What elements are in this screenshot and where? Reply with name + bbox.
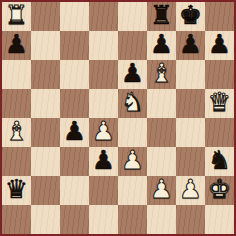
- square-d4[interactable]: ♟: [89, 118, 118, 147]
- square-f1[interactable]: [147, 205, 176, 234]
- white-pawn: ♟: [121, 146, 144, 175]
- square-f6[interactable]: ♝: [147, 60, 176, 89]
- square-g5[interactable]: [176, 89, 205, 118]
- black-rook: ♜: [150, 1, 173, 30]
- square-b1[interactable]: [31, 205, 60, 234]
- square-c8[interactable]: [60, 2, 89, 31]
- square-h3[interactable]: ♞: [205, 147, 234, 176]
- square-e1[interactable]: [118, 205, 147, 234]
- square-c6[interactable]: [60, 60, 89, 89]
- black-king: ♚: [179, 1, 202, 30]
- square-b4[interactable]: [31, 118, 60, 147]
- square-a3[interactable]: [2, 147, 31, 176]
- square-d6[interactable]: [89, 60, 118, 89]
- square-a8[interactable]: ♜: [2, 2, 31, 31]
- square-g6[interactable]: [176, 60, 205, 89]
- white-rook: ♜: [5, 1, 28, 30]
- white-bishop: ♝: [150, 59, 173, 88]
- square-f4[interactable]: [147, 118, 176, 147]
- square-a7[interactable]: ♟: [2, 31, 31, 60]
- black-pawn: ♟: [179, 30, 202, 59]
- square-b8[interactable]: [31, 2, 60, 31]
- square-c7[interactable]: [60, 31, 89, 60]
- square-h8[interactable]: [205, 2, 234, 31]
- square-a4[interactable]: ♝: [2, 118, 31, 147]
- square-d7[interactable]: [89, 31, 118, 60]
- square-b2[interactable]: [31, 176, 60, 205]
- white-pawn: ♟: [92, 117, 115, 146]
- square-e3[interactable]: ♟: [118, 147, 147, 176]
- square-e5[interactable]: ♞: [118, 89, 147, 118]
- white-queen: ♛: [208, 88, 231, 117]
- square-h1[interactable]: [205, 205, 234, 234]
- square-b6[interactable]: [31, 60, 60, 89]
- square-e6[interactable]: ♟: [118, 60, 147, 89]
- square-e2[interactable]: [118, 176, 147, 205]
- white-king: ♚: [208, 175, 231, 204]
- square-d5[interactable]: [89, 89, 118, 118]
- square-d3[interactable]: ♟: [89, 147, 118, 176]
- square-c3[interactable]: [60, 147, 89, 176]
- square-a6[interactable]: [2, 60, 31, 89]
- square-b7[interactable]: [31, 31, 60, 60]
- square-e7[interactable]: [118, 31, 147, 60]
- square-c4[interactable]: ♟: [60, 118, 89, 147]
- square-d1[interactable]: [89, 205, 118, 234]
- square-e4[interactable]: [118, 118, 147, 147]
- square-h7[interactable]: ♟: [205, 31, 234, 60]
- square-f5[interactable]: [147, 89, 176, 118]
- black-knight: ♞: [208, 146, 231, 175]
- square-f7[interactable]: ♟: [147, 31, 176, 60]
- square-a2[interactable]: ♛: [2, 176, 31, 205]
- black-pawn: ♟: [208, 30, 231, 59]
- square-h2[interactable]: ♚: [205, 176, 234, 205]
- square-c1[interactable]: [60, 205, 89, 234]
- square-b5[interactable]: [31, 89, 60, 118]
- square-e8[interactable]: [118, 2, 147, 31]
- square-d8[interactable]: [89, 2, 118, 31]
- square-a5[interactable]: [2, 89, 31, 118]
- square-h4[interactable]: [205, 118, 234, 147]
- black-pawn: ♟: [92, 146, 115, 175]
- square-h6[interactable]: [205, 60, 234, 89]
- chess-board: ♜♜♚♟♟♟♟♟♝♞♛♝♟♟♟♟♞♛♟♟♚: [0, 0, 236, 236]
- black-pawn: ♟: [150, 30, 173, 59]
- black-pawn: ♟: [121, 59, 144, 88]
- white-bishop: ♝: [5, 117, 28, 146]
- square-f8[interactable]: ♜: [147, 2, 176, 31]
- square-f2[interactable]: ♟: [147, 176, 176, 205]
- square-c5[interactable]: [60, 89, 89, 118]
- black-pawn: ♟: [63, 117, 86, 146]
- black-queen: ♛: [5, 175, 28, 204]
- square-g8[interactable]: ♚: [176, 2, 205, 31]
- square-g4[interactable]: [176, 118, 205, 147]
- square-h5[interactable]: ♛: [205, 89, 234, 118]
- square-a1[interactable]: [2, 205, 31, 234]
- black-pawn: ♟: [5, 30, 28, 59]
- square-b3[interactable]: [31, 147, 60, 176]
- square-g7[interactable]: ♟: [176, 31, 205, 60]
- square-c2[interactable]: [60, 176, 89, 205]
- square-g2[interactable]: ♟: [176, 176, 205, 205]
- square-g1[interactable]: [176, 205, 205, 234]
- white-pawn: ♟: [179, 175, 202, 204]
- square-d2[interactable]: [89, 176, 118, 205]
- white-pawn: ♟: [150, 175, 173, 204]
- white-knight: ♞: [121, 88, 144, 117]
- square-f3[interactable]: [147, 147, 176, 176]
- square-g3[interactable]: [176, 147, 205, 176]
